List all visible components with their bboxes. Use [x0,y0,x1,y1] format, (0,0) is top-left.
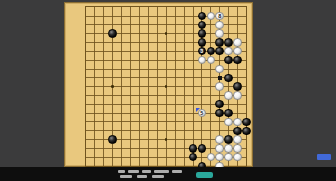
black-stone [189,144,197,152]
toolbar-text-segment [142,170,151,173]
go-board[interactable]: 835 [64,2,253,167]
toolbar-text-segment [128,170,139,173]
white-stone [233,153,241,161]
white-stone [233,38,241,46]
star-point [111,85,114,88]
black-stone [215,109,223,117]
white-stone [233,118,241,126]
black-stone [189,153,197,161]
white-stone [207,56,215,64]
white-stone [215,21,223,29]
white-stone [215,153,223,161]
toolbar-button[interactable] [137,175,147,178]
grid-line [86,95,247,96]
black-stone [215,38,223,46]
black-stone [233,127,241,135]
black-stone [242,118,250,126]
black-stone [198,144,206,152]
black-stone [242,127,250,135]
black-stone [224,135,232,143]
toolbar-text-segment [118,170,125,173]
white-stone [207,12,215,20]
black-stone [224,74,232,82]
black-stone [224,38,232,46]
bottom-toolbar [0,167,336,181]
white-stone [215,12,223,20]
black-stone [215,47,223,55]
white-stone [233,91,241,99]
white-stone [215,144,223,152]
white-stone [224,47,232,55]
board-grid: 835 [85,6,248,167]
white-stone [233,144,241,152]
toolbar-text-segment [172,170,182,173]
white-stone [215,82,223,90]
white-stone [224,144,232,152]
grid-line [210,7,211,166]
black-stone [224,56,232,64]
black-stone [198,12,206,20]
black-stone [108,29,116,37]
white-stone [198,56,206,64]
blue-badge [317,154,331,160]
toolbar-text-segment [154,170,169,173]
black-stone [108,135,116,143]
white-stone [233,135,241,143]
grid-line [175,7,176,166]
square-marker [218,76,222,80]
black-stone [224,109,232,117]
toolbar-button[interactable] [152,175,164,178]
toolbar-button[interactable] [120,175,132,178]
white-stone [215,29,223,37]
pointer-marker [196,108,200,112]
white-stone [224,153,232,161]
black-stone [215,100,223,108]
black-stone [233,82,241,90]
white-stone [224,118,232,126]
black-stone [198,38,206,46]
grid-line [86,121,247,122]
black-stone [207,47,215,55]
action-button[interactable] [196,172,213,178]
black-stone [198,47,206,55]
white-stone [207,153,215,161]
grid-line [86,130,247,131]
black-stone [198,29,206,37]
grid-line [184,7,185,166]
grid-line [193,7,194,166]
video-frame: 835 [0,0,336,181]
white-stone [233,47,241,55]
black-stone [198,21,206,29]
white-stone [224,91,232,99]
white-stone [215,65,223,73]
black-stone [233,56,241,64]
white-stone [215,135,223,143]
